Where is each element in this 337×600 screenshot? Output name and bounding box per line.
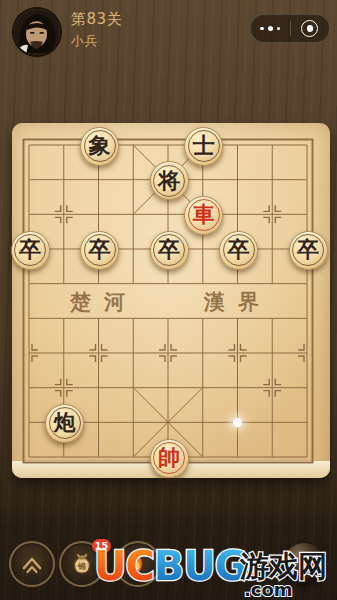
river-label-left: 楚河 bbox=[70, 288, 138, 316]
piece-black-象[interactable]: 象 bbox=[80, 127, 119, 166]
piece-glyph: 士 bbox=[193, 134, 215, 156]
piece-glyph: 卒 bbox=[89, 238, 111, 260]
more-menu-icon[interactable] bbox=[251, 15, 290, 42]
piece-glyph: 炮 bbox=[54, 411, 76, 433]
svg-text:锦: 锦 bbox=[77, 561, 86, 571]
piece-glyph: 車 bbox=[193, 203, 215, 225]
watermark-latin: UCBUG bbox=[94, 543, 247, 589]
collapse-button[interactable] bbox=[9, 541, 55, 587]
avatar bbox=[14, 9, 60, 55]
piece-glyph: 卒 bbox=[228, 238, 250, 260]
move-hint-dot[interactable] bbox=[233, 418, 242, 427]
chevron-up-icon bbox=[19, 551, 45, 577]
wechat-capsule bbox=[250, 14, 330, 43]
piece-black-将[interactable]: 将 bbox=[150, 161, 189, 200]
piece-black-卒[interactable]: 卒 bbox=[219, 231, 258, 270]
river-label-right: 漢界 bbox=[204, 288, 272, 316]
exit-target-icon[interactable] bbox=[291, 15, 330, 42]
piece-black-卒[interactable]: 卒 bbox=[11, 231, 50, 270]
player-rank: 小兵 bbox=[71, 32, 122, 49]
piece-glyph: 卒 bbox=[158, 238, 180, 260]
app-screen: 第83关 小兵 楚河 漢界 象士将車卒卒卒卒卒炮帥 锦 bbox=[0, 0, 337, 600]
piece-red-車[interactable]: 車 bbox=[184, 196, 223, 235]
avatar-portrait-icon bbox=[14, 9, 60, 55]
piece-black-炮[interactable]: 炮 bbox=[45, 404, 84, 443]
watermark-domain: .com bbox=[244, 579, 293, 600]
top-bar: 第83关 小兵 bbox=[0, 0, 337, 62]
piece-black-卒[interactable]: 卒 bbox=[80, 231, 119, 270]
piece-glyph: 象 bbox=[89, 134, 111, 156]
piece-black-卒[interactable]: 卒 bbox=[150, 231, 189, 270]
piece-red-帥[interactable]: 帥 bbox=[150, 439, 189, 478]
title-block: 第83关 小兵 bbox=[71, 10, 122, 49]
piece-black-士[interactable]: 士 bbox=[184, 127, 223, 166]
watermark: UCBUG 游戏网 .com bbox=[92, 536, 337, 600]
piece-glyph: 卒 bbox=[19, 238, 41, 260]
piece-glyph: 卒 bbox=[297, 238, 319, 260]
piece-black-卒[interactable]: 卒 bbox=[289, 231, 328, 270]
piece-glyph: 将 bbox=[158, 169, 180, 191]
piece-glyph: 帥 bbox=[158, 446, 180, 468]
level-title: 第83关 bbox=[71, 10, 122, 29]
watermark-cn: 游戏网 bbox=[239, 549, 327, 583]
xiangqi-board: 楚河 漢界 象士将車卒卒卒卒卒炮帥 bbox=[12, 123, 330, 478]
